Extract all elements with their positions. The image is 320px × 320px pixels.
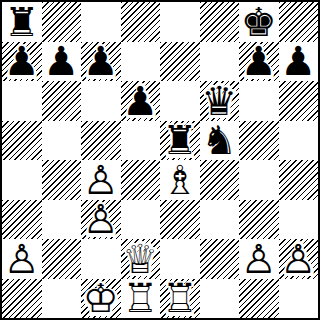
black-pawn-d6[interactable]: ♟: [121, 81, 161, 121]
white-pawn-h2[interactable]: ♙: [279, 239, 319, 279]
square-g8[interactable]: ♚♚: [239, 2, 279, 42]
white-king-c1[interactable]: ♔: [81, 279, 121, 319]
square-g4[interactable]: [239, 160, 279, 200]
square-e5[interactable]: ♜♜: [160, 121, 200, 161]
square-c7[interactable]: ♟♟: [81, 42, 121, 82]
square-b5[interactable]: [42, 121, 82, 161]
square-a5[interactable]: [2, 121, 42, 161]
black-pawn-h7[interactable]: ♟: [279, 42, 319, 82]
black-rook-a8[interactable]: ♜: [2, 2, 42, 42]
square-h5[interactable]: [279, 121, 319, 161]
square-b2[interactable]: [42, 239, 82, 279]
black-pawn-c7[interactable]: ♟: [81, 42, 121, 82]
square-b3[interactable]: [42, 200, 82, 240]
white-pawn-c3[interactable]: ♙: [81, 200, 121, 240]
square-f6[interactable]: ♛♛: [200, 81, 240, 121]
square-b7[interactable]: ♟♟: [42, 42, 82, 82]
black-pawn-b7[interactable]: ♟: [42, 42, 82, 82]
black-queen-f6[interactable]: ♛: [200, 81, 240, 121]
white-bishop-e4[interactable]: ♗: [160, 160, 200, 200]
square-e1[interactable]: ♜♖: [160, 279, 200, 319]
square-d4[interactable]: [121, 160, 161, 200]
square-h7[interactable]: ♟♟: [279, 42, 319, 82]
square-a7[interactable]: ♟♟: [2, 42, 42, 82]
square-a8[interactable]: ♜♜: [2, 2, 42, 42]
chess-board: ♜♜♚♚♟♟♟♟♟♟♟♟♟♟♟♟♛♛♜♜♞♞♟♙♝♗♟♙♟♙♛♕♟♙♟♙♚♔♜♖…: [0, 0, 320, 320]
square-d8[interactable]: [121, 2, 161, 42]
square-d6[interactable]: ♟♟: [121, 81, 161, 121]
square-c3[interactable]: ♟♙: [81, 200, 121, 240]
square-c4[interactable]: ♟♙: [81, 160, 121, 200]
black-rook-e5[interactable]: ♜: [160, 121, 200, 161]
white-rook-d1[interactable]: ♖: [121, 279, 161, 319]
white-pawn-c4[interactable]: ♙: [81, 160, 121, 200]
square-d1[interactable]: ♜♖: [121, 279, 161, 319]
black-knight-f5[interactable]: ♞: [200, 121, 240, 161]
white-rook-e1[interactable]: ♖: [160, 279, 200, 319]
square-h4[interactable]: [279, 160, 319, 200]
square-f5[interactable]: ♞♞: [200, 121, 240, 161]
square-e4[interactable]: ♝♗: [160, 160, 200, 200]
square-g7[interactable]: ♟♟: [239, 42, 279, 82]
square-f2[interactable]: [200, 239, 240, 279]
square-g2[interactable]: ♟♙: [239, 239, 279, 279]
white-pawn-g2[interactable]: ♙: [239, 239, 279, 279]
black-pawn-a7[interactable]: ♟: [2, 42, 42, 82]
white-pawn-a2[interactable]: ♙: [2, 239, 42, 279]
black-king-g8[interactable]: ♚: [239, 2, 279, 42]
square-b1[interactable]: [42, 279, 82, 319]
square-f3[interactable]: [200, 200, 240, 240]
square-e8[interactable]: [160, 2, 200, 42]
square-g5[interactable]: [239, 121, 279, 161]
square-h2[interactable]: ♟♙: [279, 239, 319, 279]
square-f8[interactable]: [200, 2, 240, 42]
square-a4[interactable]: [2, 160, 42, 200]
square-e7[interactable]: [160, 42, 200, 82]
square-a2[interactable]: ♟♙: [2, 239, 42, 279]
black-pawn-g7[interactable]: ♟: [239, 42, 279, 82]
square-d2[interactable]: ♛♕: [121, 239, 161, 279]
square-b4[interactable]: [42, 160, 82, 200]
square-c1[interactable]: ♚♔: [81, 279, 121, 319]
white-queen-d2[interactable]: ♕: [121, 239, 161, 279]
square-f1[interactable]: [200, 279, 240, 319]
